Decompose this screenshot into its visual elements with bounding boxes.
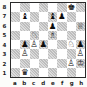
file-label-g: g (67, 79, 77, 87)
white-pawn-c4: ♙ (30, 40, 38, 49)
black-queen-b1: ♛ (21, 68, 29, 77)
square-c7[interactable] (30, 12, 39, 21)
rank-label-4: 4 (0, 40, 9, 50)
file-label-c: c (29, 79, 39, 87)
black-king-g8: ♚ (67, 3, 75, 12)
white-pawn-g2: ♙ (67, 58, 75, 67)
rank-label-6: 6 (0, 21, 9, 31)
white-queen-h6: ♕ (77, 21, 85, 30)
square-c1[interactable] (30, 68, 39, 77)
file-label-f: f (58, 79, 68, 87)
rank-label-5: 5 (0, 31, 9, 41)
square-d4[interactable]: ♟ (39, 40, 48, 49)
file-label-a: a (10, 79, 20, 87)
rank-labels: 87654321 (0, 2, 9, 78)
square-d8[interactable] (39, 3, 48, 12)
square-h6[interactable]: ♕ (76, 22, 85, 31)
file-label-h: h (77, 79, 87, 87)
square-f5[interactable] (57, 31, 66, 40)
square-h2[interactable]: ♔ (76, 59, 85, 68)
square-g1[interactable] (67, 68, 76, 77)
white-pawn-b3: ♙ (21, 49, 29, 58)
square-b6[interactable] (20, 22, 29, 31)
square-a5[interactable] (11, 31, 20, 40)
file-label-d: d (39, 79, 49, 87)
square-d1[interactable] (39, 68, 48, 77)
square-b7[interactable]: ♝ (20, 12, 29, 21)
square-c2[interactable] (30, 59, 39, 68)
square-g2[interactable]: ♙ (67, 59, 76, 68)
square-d3[interactable] (39, 49, 48, 58)
rank-label-2: 2 (0, 59, 9, 69)
rank-label-7: 7 (0, 12, 9, 22)
square-f3[interactable] (57, 49, 66, 58)
white-knight-g4: ♘ (67, 40, 75, 49)
square-h1[interactable] (76, 68, 85, 77)
square-e1[interactable] (48, 68, 57, 77)
square-c4[interactable]: ♙ (30, 40, 39, 49)
square-a8[interactable] (11, 3, 20, 12)
square-f4[interactable] (57, 40, 66, 49)
square-b3[interactable]: ♙ (20, 49, 29, 58)
square-a7[interactable] (11, 12, 20, 21)
square-a4[interactable] (11, 40, 20, 49)
square-a1[interactable] (11, 68, 20, 77)
square-h8[interactable] (76, 3, 85, 12)
square-b1[interactable]: ♛ (20, 68, 29, 77)
black-bishop-b7: ♝ (21, 12, 29, 21)
square-e2[interactable] (48, 59, 57, 68)
square-a2[interactable] (11, 59, 20, 68)
square-g7[interactable] (67, 12, 76, 21)
square-d2[interactable] (39, 59, 48, 68)
square-g4[interactable]: ♘ (67, 40, 76, 49)
square-e5[interactable]: ♗ (48, 31, 57, 40)
rank-label-3: 3 (0, 50, 9, 60)
rank-label-1: 1 (0, 69, 9, 79)
square-d7[interactable] (39, 12, 48, 21)
square-e4[interactable] (48, 40, 57, 49)
square-g6[interactable] (67, 22, 76, 31)
square-c3[interactable] (30, 49, 39, 58)
rank-label-8: 8 (0, 2, 9, 12)
square-a3[interactable] (11, 49, 20, 58)
board: ♚♝♝♟♟♕♘♗♟♙♟♘♟♙♙♙♔♛ (10, 2, 86, 78)
chess-diagram: 87654321 ♚♝♝♟♟♕♘♗♟♙♟♘♟♙♙♙♔♛ abcdefgh (0, 0, 87, 87)
black-pawn-f7: ♟ (58, 12, 66, 21)
square-f1[interactable] (57, 68, 66, 77)
square-e3[interactable] (48, 49, 57, 58)
black-pawn-d4: ♟ (40, 40, 48, 49)
square-c8[interactable] (30, 3, 39, 12)
square-g8[interactable]: ♚ (67, 3, 76, 12)
white-king-h2: ♔ (77, 58, 85, 67)
file-label-e: e (48, 79, 58, 87)
square-f6[interactable] (57, 22, 66, 31)
square-f7[interactable]: ♟ (57, 12, 66, 21)
file-label-b: b (20, 79, 30, 87)
square-f2[interactable] (57, 59, 66, 68)
square-a6[interactable] (11, 22, 20, 31)
white-bishop-e5: ♗ (49, 31, 57, 40)
file-labels: abcdefgh (10, 79, 86, 87)
square-d6[interactable] (39, 22, 48, 31)
